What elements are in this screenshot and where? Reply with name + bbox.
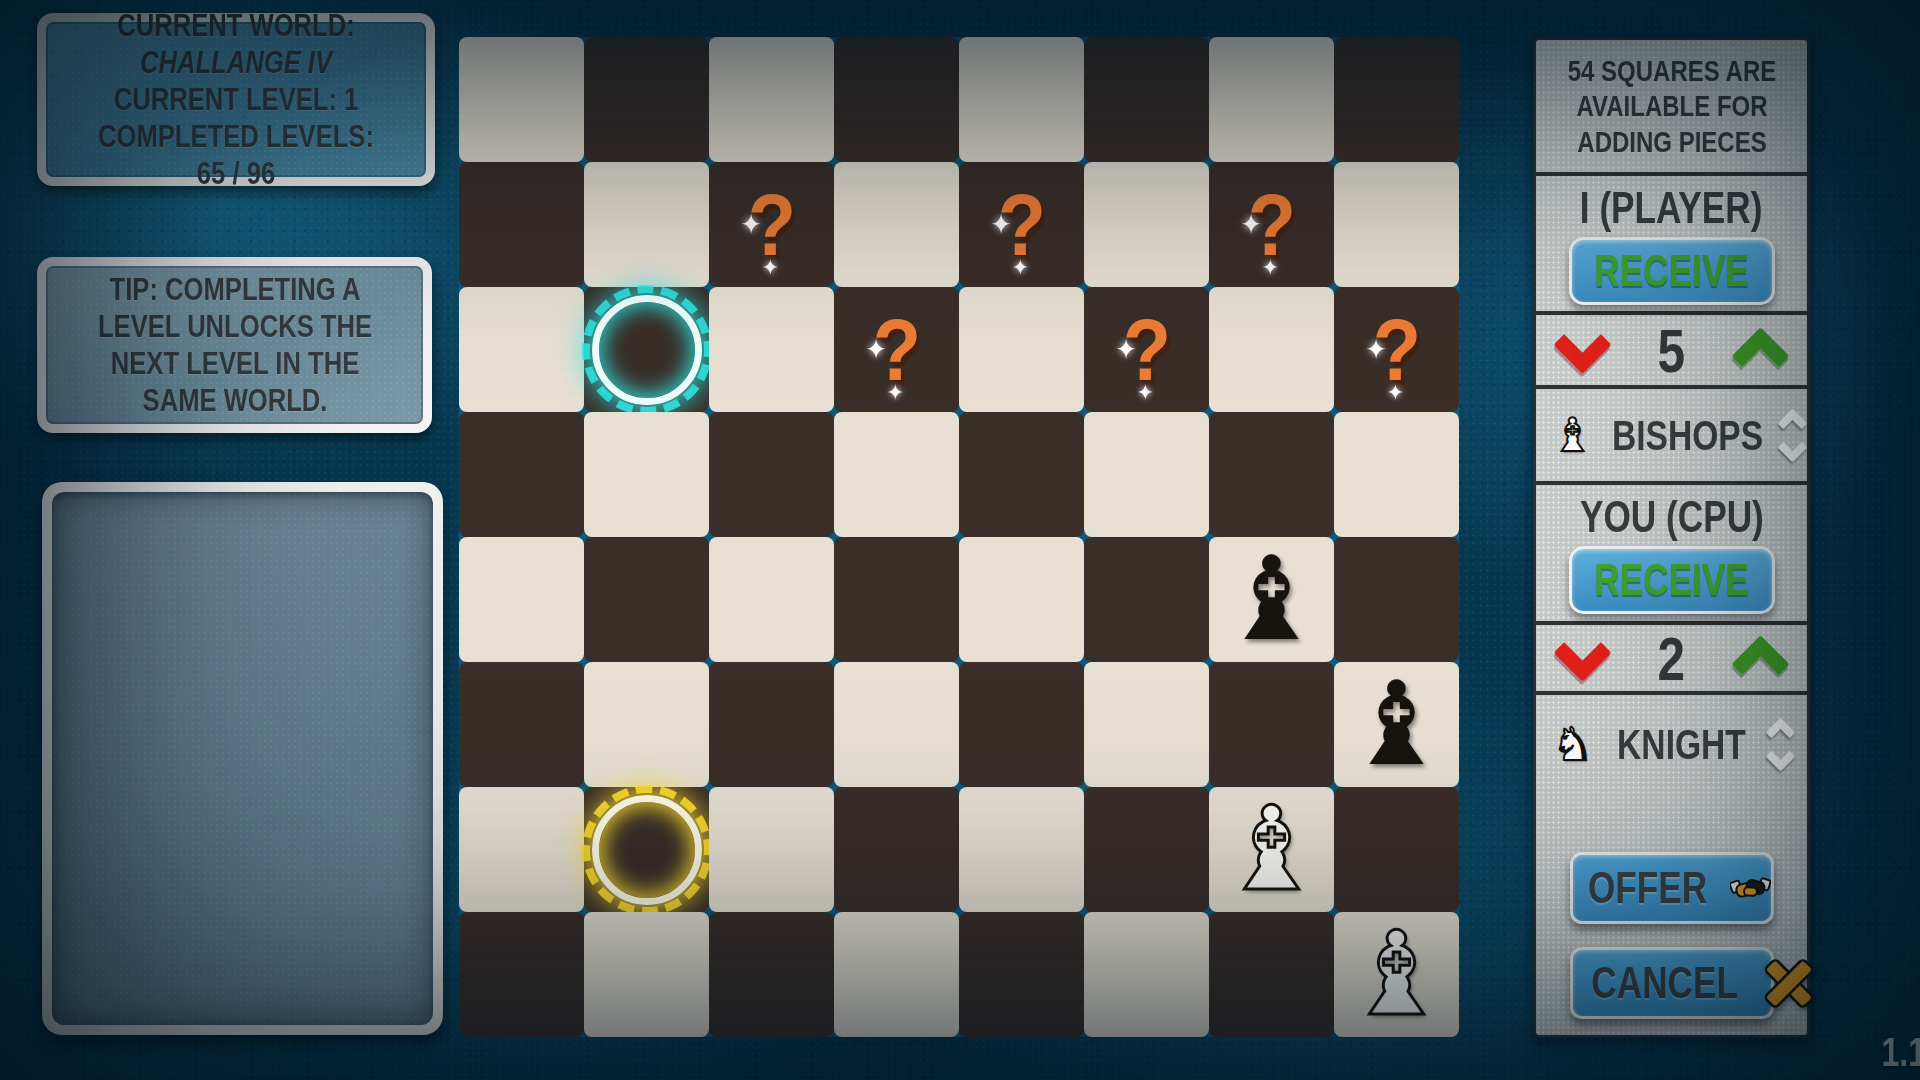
square-d7[interactable] — [834, 162, 959, 287]
offer-label: OFFER — [1587, 863, 1706, 913]
square-b8[interactable] — [584, 37, 709, 162]
question-mark-icon: ? — [997, 181, 1045, 269]
question-mark-icon: ? — [1372, 306, 1420, 394]
square-g7[interactable]: ? — [1209, 162, 1334, 287]
current-world-label: CURRENT WORLD: — [117, 7, 354, 43]
tip-text: TIP: COMPLETING A LEVEL UNLOCKS THE NEXT… — [86, 271, 384, 419]
cancel-x-icon — [1764, 958, 1771, 1008]
cancel-button[interactable]: CANCEL — [1570, 947, 1774, 1019]
square-e4[interactable] — [959, 537, 1084, 662]
question-mark-icon: ? — [747, 181, 795, 269]
white-knight-icon: ♞ — [1552, 721, 1593, 767]
chevron-down-icon — [1778, 432, 1808, 462]
question-mark-icon: ? — [872, 306, 920, 394]
square-a4[interactable] — [459, 537, 584, 662]
empty-panel-well — [52, 492, 433, 1025]
square-f5[interactable] — [1084, 412, 1209, 537]
square-d6[interactable]: ? — [834, 287, 959, 412]
cpu-qty-decrease-icon[interactable] — [1554, 623, 1612, 681]
handshake-icon — [1730, 865, 1771, 911]
square-f4[interactable] — [1084, 537, 1209, 662]
yellow-portal-icon — [592, 795, 702, 905]
square-a8[interactable] — [459, 37, 584, 162]
tip-panel: TIP: COMPLETING A LEVEL UNLOCKS THE NEXT… — [37, 257, 432, 433]
square-g4[interactable]: ♝ — [1209, 537, 1334, 662]
square-e8[interactable] — [959, 37, 1084, 162]
square-g1[interactable] — [1209, 912, 1334, 1037]
player-piece-selector[interactable] — [1782, 413, 1803, 458]
black-bishop[interactable]: ♝ — [1220, 537, 1324, 662]
square-g2[interactable]: ♝ — [1209, 787, 1334, 912]
square-a6[interactable] — [459, 287, 584, 412]
question-mark-icon: ? — [1122, 306, 1170, 394]
white-bishop[interactable]: ♝ — [1345, 912, 1449, 1037]
square-a2[interactable] — [459, 787, 584, 912]
square-c8[interactable] — [709, 37, 834, 162]
current-world-value: CHALLANGE IV — [140, 44, 332, 80]
square-d8[interactable] — [834, 37, 959, 162]
square-a7[interactable] — [459, 162, 584, 287]
square-g3[interactable] — [1209, 662, 1334, 787]
cpu-receive-button[interactable]: RECEIVE — [1569, 546, 1775, 614]
available-squares-section: 54 SQUARES ARE AVAILABLE FOR ADDING PIEC… — [1536, 40, 1807, 176]
white-bishop-icon: ♝ — [1552, 412, 1593, 458]
square-f7[interactable] — [1084, 162, 1209, 287]
square-b7[interactable] — [584, 162, 709, 287]
square-c6[interactable] — [709, 287, 834, 412]
player-receive-label: RECEIVE — [1594, 246, 1749, 296]
cpu-piece-selector[interactable] — [1770, 722, 1791, 767]
square-a5[interactable] — [459, 412, 584, 537]
player-section: I (PLAYER) RECEIVE — [1536, 176, 1807, 315]
square-f3[interactable] — [1084, 662, 1209, 787]
square-e3[interactable] — [959, 662, 1084, 787]
white-bishop[interactable]: ♝ — [1220, 787, 1324, 912]
version-label: 1.1 — [1882, 1030, 1920, 1075]
current-level-text: CURRENT LEVEL: 1 — [84, 81, 388, 118]
square-b1[interactable] — [584, 912, 709, 1037]
square-b6[interactable] — [584, 287, 709, 412]
square-a3[interactable] — [459, 662, 584, 787]
square-b3[interactable] — [584, 662, 709, 787]
square-a1[interactable] — [459, 912, 584, 1037]
completed-levels-text: COMPLETED LEVELS: 65 / 96 — [84, 118, 388, 192]
square-c3[interactable] — [709, 662, 834, 787]
square-d5[interactable] — [834, 412, 959, 537]
world-info-panel: CURRENT WORLD: CHALLANGE IV CURRENT LEVE… — [37, 13, 435, 186]
square-f8[interactable] — [1084, 37, 1209, 162]
square-e6[interactable] — [959, 287, 1084, 412]
square-h2[interactable] — [1334, 787, 1459, 912]
square-f2[interactable] — [1084, 787, 1209, 912]
square-d4[interactable] — [834, 537, 959, 662]
cpu-receive-label: RECEIVE — [1594, 555, 1749, 605]
world-info-text: CURRENT WORLD: CHALLANGE IV CURRENT LEVE… — [84, 7, 388, 193]
square-c4[interactable] — [709, 537, 834, 662]
available-squares-text: 54 SQUARES ARE AVAILABLE FOR ADDING PIEC… — [1552, 53, 1792, 159]
square-d3[interactable] — [834, 662, 959, 787]
square-c1[interactable] — [709, 912, 834, 1037]
question-mark-icon: ? — [1247, 181, 1295, 269]
square-h8[interactable] — [1334, 37, 1459, 162]
cpu-label: YOU (CPU) — [1580, 492, 1764, 542]
cpu-piece-row: ♞ KNIGHT — [1536, 695, 1807, 793]
square-e1[interactable] — [959, 912, 1084, 1037]
player-receive-button[interactable]: RECEIVE — [1569, 237, 1775, 305]
square-c5[interactable] — [709, 412, 834, 537]
empty-preview-panel — [42, 482, 443, 1035]
square-b5[interactable] — [584, 412, 709, 537]
square-h7[interactable] — [1334, 162, 1459, 287]
square-h1[interactable]: ♝ — [1334, 912, 1459, 1037]
offer-button[interactable]: OFFER — [1570, 852, 1774, 924]
square-h4[interactable] — [1334, 537, 1459, 662]
cyan-portal-icon — [592, 295, 702, 405]
player-piece-label: BISHOPS — [1612, 373, 1763, 498]
cpu-piece-label: KNIGHT — [1617, 682, 1746, 807]
square-d1[interactable] — [834, 912, 959, 1037]
player-qty-decrease-icon[interactable] — [1554, 315, 1612, 373]
square-c7[interactable]: ? — [709, 162, 834, 287]
chevron-down-icon — [1766, 741, 1796, 771]
square-e5[interactable] — [959, 412, 1084, 537]
square-b4[interactable] — [584, 537, 709, 662]
square-g5[interactable] — [1209, 412, 1334, 537]
square-h3[interactable]: ♝ — [1334, 662, 1459, 787]
player-label: I (PLAYER) — [1580, 183, 1763, 233]
cancel-label: CANCEL — [1591, 958, 1738, 1008]
square-h5[interactable] — [1334, 412, 1459, 537]
square-e7[interactable]: ? — [959, 162, 1084, 287]
cpu-section: YOU (CPU) RECEIVE — [1536, 485, 1807, 625]
square-g8[interactable] — [1209, 37, 1334, 162]
square-f1[interactable] — [1084, 912, 1209, 1037]
square-b2[interactable] — [584, 787, 709, 912]
chess-board: ??????♝♝♝♝ — [459, 37, 1459, 1037]
square-g6[interactable] — [1209, 287, 1334, 412]
square-f6[interactable]: ? — [1084, 287, 1209, 412]
black-bishop[interactable]: ♝ — [1345, 662, 1449, 787]
square-d2[interactable] — [834, 787, 959, 912]
square-h6[interactable]: ? — [1334, 287, 1459, 412]
player-piece-row: ♝ BISHOPS — [1536, 389, 1807, 485]
square-e2[interactable] — [959, 787, 1084, 912]
trade-panel: 54 SQUARES ARE AVAILABLE FOR ADDING PIEC… — [1533, 37, 1810, 1038]
square-c2[interactable] — [709, 787, 834, 912]
